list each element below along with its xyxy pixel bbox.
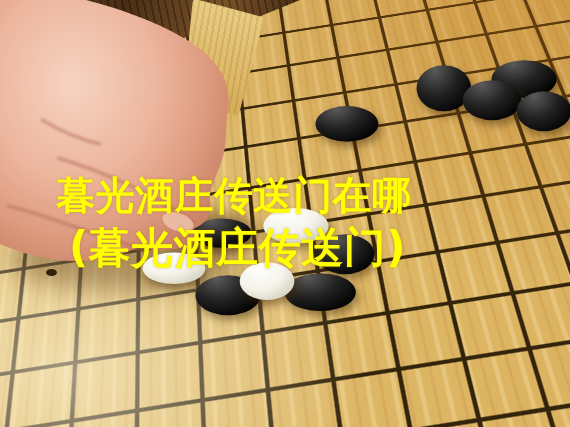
black-stone: ● — [464, 77, 520, 115]
black-stone: ● — [518, 89, 570, 127]
caption-line-1: 暮光酒庄传送门在哪 — [56, 169, 412, 223]
caption-line-2: (暮光酒庄传送门) — [69, 220, 406, 276]
go-photo-thumbnail: ●●●●●●●●●●●● 暮光酒庄传送门在哪 (暮光酒庄传送门) — [0, 0, 570, 427]
black-stone: ● — [317, 102, 377, 136]
